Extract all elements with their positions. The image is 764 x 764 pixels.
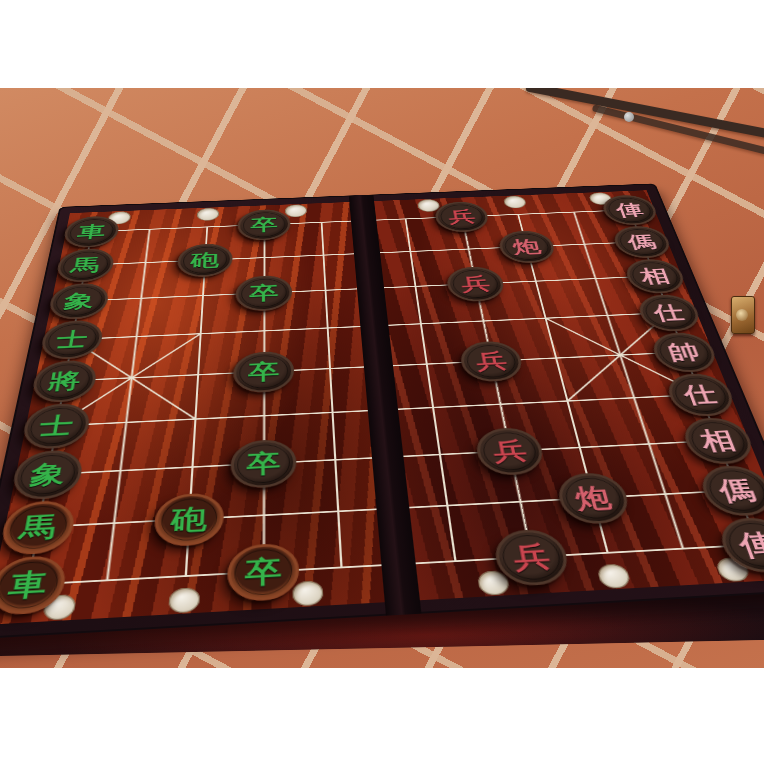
board-point-r7c5[interactable] (299, 434, 373, 487)
board-point-r3c2[interactable] (107, 279, 173, 319)
board-point-r5c10[interactable]: 帥 (645, 330, 724, 374)
board-point-r1c5[interactable] (292, 205, 351, 239)
board-point-r8c2[interactable] (72, 494, 154, 553)
board-point-r3c1[interactable]: 象 (44, 281, 113, 321)
piece-character: 炮 (572, 484, 613, 512)
board-frame: 車卒兵俥馬砲炮傌象卒兵相士仕將卒兵帥士仕象卒兵相馬砲炮傌車卒兵俥 (0, 183, 764, 639)
piece-character: 俥 (613, 202, 645, 218)
piece-character: 卒 (251, 216, 278, 233)
white-strip-top (0, 0, 764, 88)
board-point-r1c1[interactable]: 車 (59, 214, 123, 249)
board-point-r3c10[interactable]: 相 (619, 257, 692, 295)
board-point-r5c5[interactable] (296, 346, 364, 391)
board-point-r5c2[interactable] (95, 355, 167, 401)
piece-character: 卒 (248, 360, 280, 382)
piece-character: 兵 (491, 438, 529, 464)
board-point-r6c6[interactable] (396, 383, 470, 431)
piece-character: 車 (6, 569, 49, 601)
board-point-r6c10[interactable]: 仕 (659, 371, 742, 418)
board-point-r4c8[interactable] (510, 298, 582, 339)
xiangqi-piece-red-相[interactable]: 相 (678, 416, 759, 465)
hinge-spacer (354, 270, 387, 308)
xiangqi-piece-green-車[interactable]: 車 (62, 215, 121, 248)
board-point-r4c7[interactable] (449, 300, 519, 341)
board-point-r6c5[interactable] (298, 388, 369, 437)
board-point-r6c2[interactable] (88, 398, 163, 448)
xiangqi-piece-red-兵[interactable]: 兵 (433, 201, 491, 233)
photo-area: 車卒兵俥馬砲炮傌象卒兵相士仕將卒兵帥士仕象卒兵相馬砲炮傌車卒兵俥 (0, 88, 764, 668)
xiangqi-piece-red-炮[interactable]: 炮 (496, 230, 558, 264)
board-point-r3c8[interactable] (501, 262, 570, 300)
board-point-r1c7[interactable]: 兵 (431, 200, 494, 234)
board-point-r4c1[interactable]: 士 (35, 318, 107, 361)
board-point-r1c6[interactable] (375, 202, 436, 236)
xiangqi-piece-red-仕[interactable]: 仕 (662, 372, 739, 417)
board-point-r4c4[interactable] (232, 310, 297, 352)
board-point-r4c10[interactable]: 仕 (631, 292, 707, 333)
board-point-r8c6[interactable] (407, 477, 488, 534)
board-point-r7c3[interactable] (154, 440, 229, 494)
board-point-r7c4[interactable]: 卒 (227, 437, 300, 490)
board-point-r8c1[interactable]: 馬 (0, 498, 80, 557)
piece-character: 傌 (715, 476, 759, 503)
piece-character: 象 (62, 291, 95, 311)
xiangqi-piece-red-相[interactable]: 相 (621, 258, 688, 294)
board-point-r9c1[interactable]: 車 (0, 553, 72, 618)
xiangqi-piece-red-兵[interactable]: 兵 (445, 265, 507, 302)
xiangqi-piece-red-俥[interactable]: 俥 (599, 194, 661, 226)
xiangqi-piece-green-砲[interactable]: 砲 (176, 243, 233, 278)
board-point-r3c4[interactable]: 卒 (233, 273, 295, 312)
board-point-r3c5[interactable] (294, 271, 357, 310)
xiangqi-piece-red-兵[interactable]: 兵 (458, 340, 526, 382)
board-point-r6c4[interactable] (229, 391, 299, 440)
xiangqi-piece-green-卒[interactable]: 卒 (227, 542, 300, 602)
xiangqi-piece-red-兵[interactable]: 兵 (474, 426, 548, 476)
board-point-r1c2[interactable] (118, 212, 180, 247)
hinge-spacer (361, 345, 397, 388)
piece-character: 兵 (474, 350, 509, 372)
xiangqi-piece-green-砲[interactable]: 砲 (152, 492, 224, 548)
piece-character: 炮 (511, 238, 543, 256)
board-point-r4c2[interactable] (101, 315, 170, 358)
board-point-r7c6[interactable] (402, 428, 479, 480)
xiangqi-piece-red-仕[interactable]: 仕 (634, 293, 704, 332)
board-point-r4c5[interactable] (295, 307, 360, 349)
board-point-r3c6[interactable] (383, 267, 449, 306)
board-point-r2c7[interactable] (436, 231, 501, 267)
piece-character: 仕 (680, 383, 720, 406)
stand-bar (525, 88, 764, 139)
board-point-r5c3[interactable] (163, 352, 232, 398)
hinge-spacer (348, 204, 379, 237)
board-point-r3c7[interactable]: 兵 (442, 265, 510, 304)
piece-character: 車 (76, 223, 106, 240)
hinge-spacer (357, 306, 391, 346)
points-grid: 車卒兵俥馬砲炮傌象卒兵相士仕將卒兵帥士仕象卒兵相馬砲炮傌車卒兵俥 (0, 193, 764, 617)
board-point-r2c6[interactable] (379, 233, 442, 269)
piece-character: 砲 (170, 505, 207, 534)
xiangqi-piece-red-傌[interactable]: 傌 (610, 225, 675, 259)
xiangqi-piece-green-士[interactable]: 士 (20, 402, 92, 450)
board-point-r6c7[interactable] (463, 380, 539, 428)
piece-character: 士 (38, 413, 75, 438)
xiangqi-piece-green-卒[interactable]: 卒 (233, 350, 295, 393)
piece-character: 卒 (247, 450, 281, 476)
piece-character: 仕 (651, 302, 687, 322)
xiangqi-piece-green-卒[interactable]: 卒 (236, 274, 293, 311)
xiangqi-piece-red-炮[interactable]: 炮 (554, 471, 634, 525)
board-point-r5c8[interactable] (519, 336, 594, 380)
board-point-r2c8[interactable]: 炮 (494, 229, 561, 265)
xiangqi-piece-green-象[interactable]: 象 (47, 282, 111, 320)
board-point-r2c2[interactable] (113, 244, 177, 281)
board-point-r8c3[interactable]: 砲 (149, 490, 227, 548)
piece-character: 馬 (18, 512, 59, 541)
piece-character: 象 (28, 461, 67, 488)
board-3d-wrapper: 車卒兵俥馬砲炮傌象卒兵相士仕將卒兵帥士仕象卒兵相馬砲炮傌車卒兵俥 (0, 179, 764, 651)
board-surface: 車卒兵俥馬砲炮傌象卒兵相士仕將卒兵帥士仕象卒兵相馬砲炮傌車卒兵俥 (0, 190, 764, 625)
piece-character: 卒 (245, 556, 282, 587)
board-point-r8c5[interactable] (300, 483, 377, 541)
piece-character: 帥 (665, 341, 703, 363)
board-point-r9c3[interactable] (144, 544, 226, 608)
xiangqi-piece-green-卒[interactable]: 卒 (238, 208, 291, 241)
board-point-r7c7[interactable]: 兵 (471, 425, 551, 477)
board-point-r9c2[interactable] (63, 549, 149, 613)
board-point-r2c4[interactable] (234, 239, 294, 276)
white-strip-bottom (0, 668, 764, 764)
piece-character: 兵 (447, 208, 477, 225)
board-point-r5c4[interactable]: 卒 (230, 349, 297, 394)
board-point-r5c1[interactable]: 將 (26, 358, 101, 404)
xiangqi-piece-green-象[interactable]: 象 (9, 449, 84, 501)
board-point-r1c10[interactable]: 俥 (596, 193, 663, 226)
piece-character: 兵 (511, 542, 553, 572)
piece-character: 砲 (190, 251, 219, 269)
xiangqi-piece-red-帥[interactable]: 帥 (648, 331, 721, 373)
board-point-r2c10[interactable]: 傌 (607, 224, 677, 259)
board-point-r4c3[interactable] (167, 313, 233, 355)
hinge-spacer (368, 432, 407, 483)
brass-clasp (731, 296, 755, 334)
piece-character: 相 (637, 266, 672, 285)
board-point-r2c1[interactable]: 馬 (52, 247, 118, 284)
xiangqi-piece-red-兵[interactable]: 兵 (492, 528, 573, 587)
xiangqi-piece-green-士[interactable]: 士 (38, 319, 104, 360)
hinge-spacer (351, 236, 383, 271)
board-point-r1c4[interactable]: 卒 (235, 208, 293, 242)
board-point-r6c3[interactable] (159, 395, 231, 444)
xiangqi-piece-green-卒[interactable]: 卒 (230, 438, 297, 489)
board-point-r9c7[interactable]: 兵 (488, 526, 576, 588)
piece-character: 卒 (250, 283, 279, 302)
board-point-r8c7[interactable] (479, 474, 563, 531)
board-point-r2c5[interactable] (293, 237, 354, 273)
piece-character: 士 (55, 329, 89, 350)
board-point-r7c1[interactable]: 象 (6, 447, 88, 501)
board-point-r8c4[interactable] (226, 487, 302, 545)
xiangqi-piece-green-馬[interactable]: 馬 (0, 499, 77, 555)
xiangqi-piece-green-車[interactable]: 車 (0, 554, 69, 615)
board-point-r1c3[interactable] (177, 210, 236, 244)
piece-character: 相 (697, 428, 739, 453)
folding-stand-object (524, 88, 764, 158)
photo-canvas: 車卒兵俥馬砲炮傌象卒兵相士仕將卒兵帥士仕象卒兵相馬砲炮傌車卒兵俥 (0, 0, 764, 764)
board-point-r6c1[interactable]: 士 (17, 401, 95, 451)
board-point-r3c3[interactable] (170, 276, 234, 315)
board-point-r5c6[interactable] (392, 342, 463, 387)
piece-character: 傌 (625, 233, 658, 250)
stand-hinge-pin (624, 112, 634, 122)
board-point-r4c6[interactable] (387, 303, 455, 345)
board-point-r2c3[interactable]: 砲 (174, 242, 236, 279)
board-point-r9c6[interactable] (413, 530, 498, 592)
board-point-r5c7[interactable]: 兵 (455, 339, 528, 384)
xiangqi-piece-green-馬[interactable]: 馬 (54, 247, 115, 282)
xiangqi-piece-green-將[interactable]: 將 (29, 359, 98, 403)
piece-character: 兵 (460, 274, 492, 293)
board-point-r7c2[interactable] (80, 444, 158, 498)
board-point-r9c5[interactable] (302, 536, 383, 599)
piece-character: 俥 (735, 529, 764, 559)
board-point-r9c4[interactable]: 卒 (224, 540, 304, 603)
board-point-r1c8[interactable] (486, 198, 550, 231)
piece-character: 將 (47, 369, 83, 392)
piece-character: 馬 (70, 256, 102, 274)
hinge-spacer (364, 387, 401, 434)
